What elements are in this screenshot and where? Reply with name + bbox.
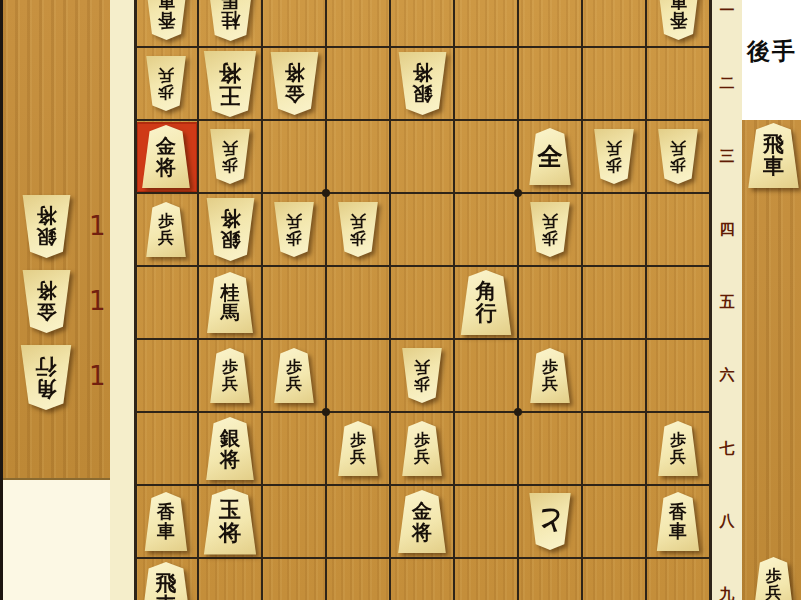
- piece-角行-sente[interactable]: 角行: [458, 270, 514, 335]
- piece-歩兵-sente[interactable]: 歩兵: [752, 557, 796, 600]
- rank-label-8: 八: [716, 514, 738, 529]
- piece-face: 桂馬: [205, 0, 256, 41]
- captured-count: 1: [89, 288, 106, 314]
- shogi-board[interactable]: 香車桂馬香車歩兵王将金将銀将金将歩兵全歩兵歩兵歩兵銀将歩兵歩兵歩兵桂馬角行歩兵歩…: [134, 0, 712, 600]
- piece-金将-gote[interactable]: 金将: [20, 270, 73, 333]
- grid-line-horizontal: [134, 119, 712, 121]
- sente-captured-stand[interactable]: 飛車歩兵: [742, 120, 801, 600]
- piece-face: 歩兵: [400, 421, 444, 476]
- grid-line-vertical: [261, 0, 263, 600]
- rank-label-1: 一: [716, 3, 738, 18]
- piece-face: 歩兵: [144, 56, 188, 111]
- piece-face: 飛車: [746, 123, 801, 188]
- piece-face: 歩兵: [592, 129, 636, 184]
- piece-face: 王将: [201, 51, 259, 117]
- piece-飛車-sente[interactable]: 飛車: [746, 123, 801, 188]
- piece-銀将-sente[interactable]: 銀将: [204, 417, 257, 480]
- piece-face: 角行: [458, 270, 514, 335]
- piece-金将-sente[interactable]: 金将: [396, 490, 449, 553]
- piece-歩兵-gote[interactable]: 歩兵: [272, 202, 316, 257]
- piece-と-gote[interactable]: と: [527, 493, 573, 550]
- piece-face: 桂馬: [205, 272, 256, 333]
- piece-face: 香車: [143, 0, 190, 40]
- piece-face: 銀将: [204, 417, 257, 480]
- piece-歩兵-gote[interactable]: 歩兵: [528, 202, 572, 257]
- piece-face: 歩兵: [400, 348, 444, 403]
- piece-face: 金将: [140, 125, 193, 188]
- piece-face: 歩兵: [336, 421, 380, 476]
- piece-銀将-gote[interactable]: 銀将: [204, 198, 257, 261]
- piece-歩兵-gote[interactable]: 歩兵: [208, 129, 252, 184]
- grid-line-vertical: [453, 0, 455, 600]
- piece-face: 香車: [143, 492, 190, 551]
- rank-label-3: 三: [716, 149, 738, 164]
- piece-face: 全: [527, 128, 573, 185]
- grid-line-vertical: [645, 0, 647, 600]
- grid-line-horizontal: [134, 338, 712, 340]
- piece-face: 玉将: [201, 489, 259, 555]
- rank-label-9: 九: [716, 587, 738, 600]
- piece-全-sente[interactable]: 全: [527, 128, 573, 185]
- piece-歩兵-sente[interactable]: 歩兵: [400, 421, 444, 476]
- grid-line-vertical: [517, 0, 519, 600]
- piece-歩兵-gote[interactable]: 歩兵: [656, 129, 700, 184]
- piece-歩兵-gote[interactable]: 歩兵: [400, 348, 444, 403]
- piece-角行-gote[interactable]: 角行: [18, 345, 74, 410]
- piece-香車-sente[interactable]: 香車: [655, 492, 702, 551]
- piece-香車-gote[interactable]: 香車: [655, 0, 702, 40]
- piece-歩兵-gote[interactable]: 歩兵: [336, 202, 380, 257]
- piece-歩兵-gote[interactable]: 歩兵: [144, 56, 188, 111]
- piece-face: 歩兵: [208, 129, 252, 184]
- grid-line-horizontal: [134, 46, 712, 48]
- rank-label-7: 七: [716, 441, 738, 456]
- piece-face: 銀将: [20, 195, 73, 258]
- captured-count: 1: [89, 213, 106, 239]
- rank-label-4: 四: [716, 222, 738, 237]
- piece-香車-gote[interactable]: 香車: [143, 0, 190, 40]
- piece-face: 飛車: [138, 562, 194, 600]
- rank-label-5: 五: [716, 295, 738, 310]
- gote-player-label: 後手: [747, 36, 801, 67]
- piece-金将-gote[interactable]: 金将: [268, 52, 321, 115]
- star-point: [322, 408, 330, 416]
- grid-line-horizontal: [134, 484, 712, 486]
- rank-label-strip: 一二三四五六七八九: [712, 0, 742, 600]
- captured-count: 1: [89, 363, 106, 389]
- piece-face: 香車: [655, 0, 702, 40]
- piece-face: 歩兵: [656, 421, 700, 476]
- piece-銀将-gote[interactable]: 銀将: [20, 195, 73, 258]
- piece-face: 歩兵: [528, 348, 572, 403]
- piece-歩兵-sente[interactable]: 歩兵: [272, 348, 316, 403]
- rank-label-6: 六: [716, 368, 738, 383]
- piece-歩兵-sente[interactable]: 歩兵: [656, 421, 700, 476]
- piece-銀将-gote[interactable]: 銀将: [396, 52, 449, 115]
- piece-桂馬-gote[interactable]: 桂馬: [205, 0, 256, 41]
- grid-line-vertical: [581, 0, 583, 600]
- piece-王将-gote[interactable]: 王将: [201, 51, 259, 117]
- piece-飛車-sente[interactable]: 飛車: [138, 562, 194, 600]
- piece-face: 銀将: [396, 52, 449, 115]
- piece-face: 歩兵: [272, 202, 316, 257]
- piece-face: 角行: [18, 345, 74, 410]
- grid-line-vertical: [134, 0, 137, 600]
- piece-face: 銀将: [204, 198, 257, 261]
- piece-face: 金将: [20, 270, 73, 333]
- grid-line-horizontal: [134, 411, 712, 413]
- piece-face: 歩兵: [144, 202, 188, 257]
- piece-face: 歩兵: [528, 202, 572, 257]
- piece-歩兵-gote[interactable]: 歩兵: [592, 129, 636, 184]
- grid-line-horizontal: [134, 557, 712, 559]
- piece-face: 歩兵: [656, 129, 700, 184]
- piece-歩兵-sente[interactable]: 歩兵: [144, 202, 188, 257]
- shogi-app: 銀将1金将1角行1 香車桂馬香車歩兵王将金将銀将金将歩兵全歩兵歩兵歩兵銀将歩兵歩…: [0, 0, 801, 600]
- grid-line-vertical: [197, 0, 199, 600]
- grid-line-vertical: [325, 0, 327, 600]
- piece-玉将-sente[interactable]: 玉将: [201, 489, 259, 555]
- piece-face: 香車: [655, 492, 702, 551]
- piece-face: 歩兵: [272, 348, 316, 403]
- piece-歩兵-sente[interactable]: 歩兵: [528, 348, 572, 403]
- star-point: [514, 408, 522, 416]
- piece-face: 歩兵: [752, 557, 796, 600]
- piece-face: 歩兵: [208, 348, 252, 403]
- star-point: [322, 189, 330, 197]
- piece-face: 歩兵: [336, 202, 380, 257]
- rank-label-2: 二: [716, 76, 738, 91]
- grid-line-horizontal: [134, 265, 712, 267]
- piece-歩兵-sente[interactable]: 歩兵: [336, 421, 380, 476]
- piece-face: 金将: [396, 490, 449, 553]
- left-lower-blank: [3, 480, 110, 600]
- piece-face: と: [527, 493, 573, 550]
- piece-face: 金将: [268, 52, 321, 115]
- piece-金将-sente[interactable]: 金将: [140, 125, 193, 188]
- grid-line-horizontal: [134, 192, 712, 194]
- piece-歩兵-sente[interactable]: 歩兵: [208, 348, 252, 403]
- left-gap-strip: [110, 0, 134, 600]
- grid-line-vertical: [389, 0, 391, 600]
- gote-captured-stand[interactable]: 銀将1金将1角行1: [3, 0, 110, 480]
- piece-香車-sente[interactable]: 香車: [143, 492, 190, 551]
- star-point: [514, 189, 522, 197]
- piece-桂馬-sente[interactable]: 桂馬: [205, 272, 256, 333]
